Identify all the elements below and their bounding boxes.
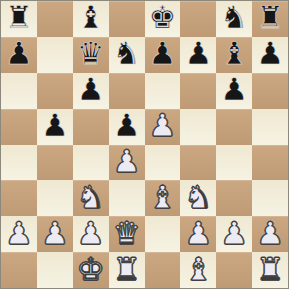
- square-a2[interactable]: ♟: [1, 216, 37, 252]
- square-h4[interactable]: [252, 145, 288, 181]
- square-a1[interactable]: [1, 252, 37, 288]
- black-queen: ♛: [77, 38, 105, 69]
- black-rook: ♜: [5, 2, 33, 33]
- black-rook: ♜: [256, 2, 284, 33]
- white-pawn: ♟: [41, 218, 69, 249]
- square-g5[interactable]: [216, 109, 252, 145]
- square-e6[interactable]: [145, 73, 181, 109]
- square-g7[interactable]: ♝: [216, 37, 252, 73]
- square-d1[interactable]: ♜: [109, 252, 145, 288]
- square-g2[interactable]: ♟: [216, 216, 252, 252]
- white-rook: ♜: [256, 254, 284, 285]
- square-a6[interactable]: [1, 73, 37, 109]
- square-b6[interactable]: [37, 73, 73, 109]
- square-b2[interactable]: ♟: [37, 216, 73, 252]
- black-pawn: ♟: [113, 110, 141, 141]
- square-f1[interactable]: ♝: [180, 252, 216, 288]
- square-f2[interactable]: ♟: [180, 216, 216, 252]
- square-b8[interactable]: [37, 1, 73, 37]
- square-a5[interactable]: [1, 109, 37, 145]
- square-g6[interactable]: ♟: [216, 73, 252, 109]
- square-c7[interactable]: ♛: [73, 37, 109, 73]
- square-b4[interactable]: [37, 145, 73, 181]
- square-e1[interactable]: [145, 252, 181, 288]
- square-e2[interactable]: [145, 216, 181, 252]
- square-d7[interactable]: ♞: [109, 37, 145, 73]
- black-pawn: ♟: [5, 38, 33, 69]
- square-h2[interactable]: ♟: [252, 216, 288, 252]
- square-d8[interactable]: [109, 1, 145, 37]
- square-f3[interactable]: ♞: [180, 180, 216, 216]
- black-knight: ♞: [220, 2, 248, 33]
- square-c3[interactable]: ♞: [73, 180, 109, 216]
- white-knight: ♞: [184, 182, 212, 213]
- black-pawn: ♟: [77, 74, 105, 105]
- black-pawn: ♟: [149, 38, 177, 69]
- square-d6[interactable]: [109, 73, 145, 109]
- white-bishop: ♝: [149, 182, 177, 213]
- black-pawn: ♟: [220, 74, 248, 105]
- square-d2[interactable]: ♛: [109, 216, 145, 252]
- square-h3[interactable]: [252, 180, 288, 216]
- square-h5[interactable]: [252, 109, 288, 145]
- square-d3[interactable]: [109, 180, 145, 216]
- black-pawn: ♟: [184, 38, 212, 69]
- chess-board: ♜♝♚♞♜♟♛♞♟♟♝♟♟♟♟♟♟♟♞♝♞♟♟♟♛♟♟♟♚♜♝♜: [0, 0, 289, 289]
- square-c2[interactable]: ♟: [73, 216, 109, 252]
- white-pawn: ♟: [5, 218, 33, 249]
- square-a3[interactable]: [1, 180, 37, 216]
- square-d5[interactable]: ♟: [109, 109, 145, 145]
- square-e3[interactable]: ♝: [145, 180, 181, 216]
- white-pawn: ♟: [113, 146, 141, 177]
- black-bishop: ♝: [77, 2, 105, 33]
- white-pawn: ♟: [77, 218, 105, 249]
- square-e5[interactable]: ♟: [145, 109, 181, 145]
- square-g3[interactable]: [216, 180, 252, 216]
- square-b5[interactable]: ♟: [37, 109, 73, 145]
- black-king: ♚: [149, 2, 177, 33]
- square-f7[interactable]: ♟: [180, 37, 216, 73]
- square-c8[interactable]: ♝: [73, 1, 109, 37]
- square-e4[interactable]: [145, 145, 181, 181]
- square-b7[interactable]: [37, 37, 73, 73]
- white-rook: ♜: [113, 254, 141, 285]
- square-h6[interactable]: [252, 73, 288, 109]
- square-c5[interactable]: [73, 109, 109, 145]
- square-b3[interactable]: [37, 180, 73, 216]
- square-c1[interactable]: ♚: [73, 252, 109, 288]
- square-c6[interactable]: ♟: [73, 73, 109, 109]
- black-pawn: ♟: [256, 38, 284, 69]
- black-pawn: ♟: [41, 110, 69, 141]
- square-a4[interactable]: [1, 145, 37, 181]
- square-h8[interactable]: ♜: [252, 1, 288, 37]
- white-pawn: ♟: [184, 218, 212, 249]
- white-pawn: ♟: [149, 110, 177, 141]
- square-h1[interactable]: ♜: [252, 252, 288, 288]
- square-e8[interactable]: ♚: [145, 1, 181, 37]
- white-pawn: ♟: [256, 218, 284, 249]
- square-a7[interactable]: ♟: [1, 37, 37, 73]
- white-queen: ♛: [113, 218, 141, 249]
- square-f6[interactable]: [180, 73, 216, 109]
- white-bishop: ♝: [184, 254, 212, 285]
- white-pawn: ♟: [220, 218, 248, 249]
- white-knight: ♞: [77, 182, 105, 213]
- white-king: ♚: [77, 254, 105, 285]
- square-h7[interactable]: ♟: [252, 37, 288, 73]
- black-knight: ♞: [113, 38, 141, 69]
- square-d4[interactable]: ♟: [109, 145, 145, 181]
- square-f5[interactable]: [180, 109, 216, 145]
- square-f8[interactable]: [180, 1, 216, 37]
- square-a8[interactable]: ♜: [1, 1, 37, 37]
- square-e7[interactable]: ♟: [145, 37, 181, 73]
- square-b1[interactable]: [37, 252, 73, 288]
- black-bishop: ♝: [220, 38, 248, 69]
- square-g8[interactable]: ♞: [216, 1, 252, 37]
- square-g4[interactable]: [216, 145, 252, 181]
- square-g1[interactable]: [216, 252, 252, 288]
- square-c4[interactable]: [73, 145, 109, 181]
- square-f4[interactable]: [180, 145, 216, 181]
